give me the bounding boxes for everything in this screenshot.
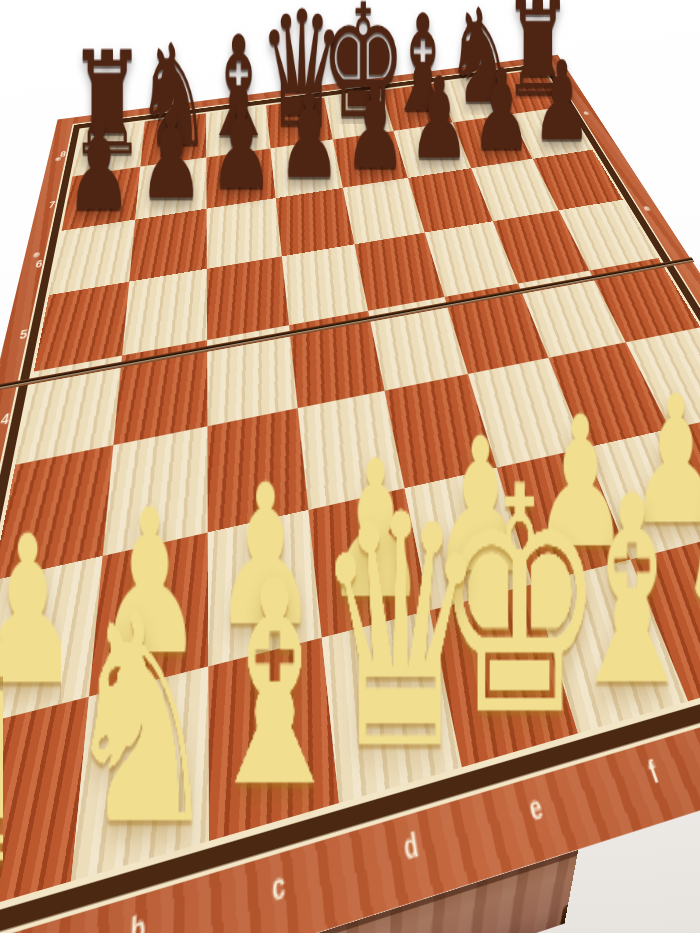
square-b6[interactable] bbox=[129, 209, 207, 282]
square-a7[interactable]: ♟ bbox=[62, 167, 141, 231]
square-d7[interactable]: ♟ bbox=[271, 140, 343, 199]
piece-black-pawn-b7[interactable]: ♟ bbox=[139, 102, 204, 213]
square-b4[interactable] bbox=[113, 340, 207, 445]
piece-white-bishop-c1[interactable]: ♝ bbox=[198, 556, 351, 816]
piece-black-pawn-a7[interactable]: ♟ bbox=[66, 111, 132, 223]
hinge-clasp bbox=[561, 879, 646, 925]
piece-black-pawn-h7[interactable]: ♟ bbox=[532, 52, 592, 153]
square-a1[interactable]: ♜ bbox=[0, 697, 89, 924]
piece-white-rook-a1[interactable]: ♜ bbox=[0, 620, 81, 895]
piece-white-knight-b1[interactable]: ♞ bbox=[62, 587, 220, 854]
piece-black-pawn-f7[interactable]: ♟ bbox=[409, 67, 470, 171]
chess-photo-scene: ♜♞♝♛♚♝♞♜♟♟♟♟♟♟♟♟♟♟♟♟♟♟♟♟♜♞♝♛♚♝♞♜ abcdefg… bbox=[0, 0, 700, 933]
piece-black-pawn-d7[interactable]: ♟ bbox=[278, 84, 341, 191]
piece-black-pawn-c7[interactable]: ♟ bbox=[209, 93, 273, 202]
square-b1[interactable]: ♞ bbox=[71, 666, 209, 881]
square-e7[interactable]: ♟ bbox=[333, 131, 408, 188]
chess-board: ♜♞♝♛♚♝♞♜♟♟♟♟♟♟♟♟♟♟♟♟♟♟♟♟♜♞♝♛♚♝♞♜ abcdefg… bbox=[0, 55, 700, 933]
piece-black-pawn-e7[interactable]: ♟ bbox=[344, 76, 406, 182]
square-b7[interactable]: ♟ bbox=[135, 158, 206, 220]
square-c7[interactable]: ♟ bbox=[206, 148, 275, 208]
piece-black-pawn-g7[interactable]: ♟ bbox=[471, 59, 532, 162]
square-c1[interactable]: ♝ bbox=[208, 638, 339, 841]
